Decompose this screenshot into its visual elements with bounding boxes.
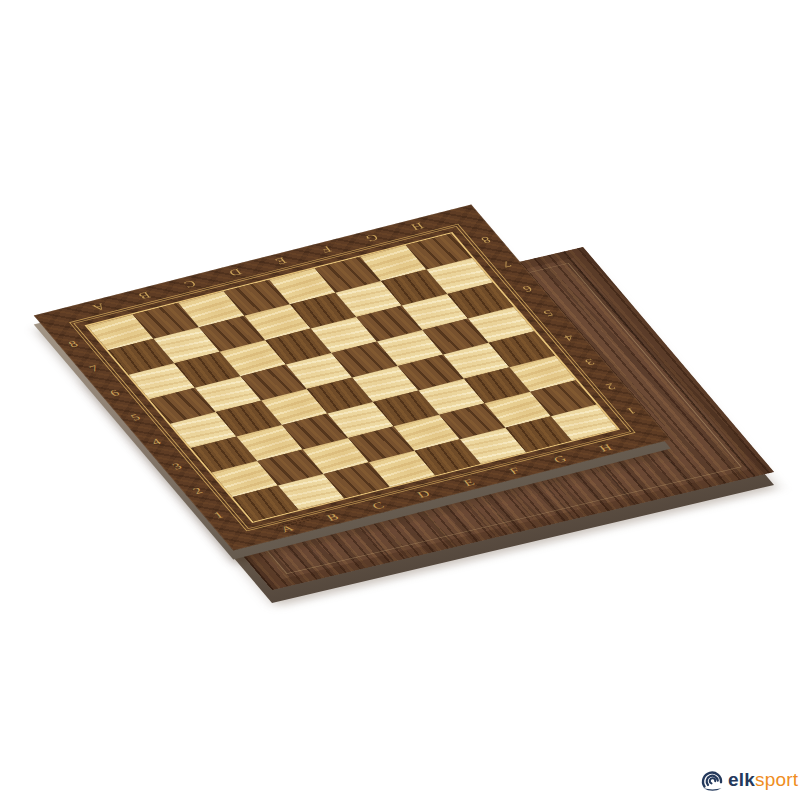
coord-right-7: 7 bbox=[485, 249, 529, 279]
coord-far-d: D bbox=[207, 261, 263, 285]
coord-far-h: H bbox=[389, 214, 445, 238]
product-photo-canvas: AABBCCDDEEFFGGHH8877665544332211 elkspor… bbox=[0, 0, 800, 800]
logo-text-elk: elk bbox=[728, 769, 755, 791]
elksport-logo: elksport bbox=[700, 766, 798, 794]
coord-far-g: G bbox=[344, 226, 400, 250]
coord-right-8: 8 bbox=[464, 224, 508, 254]
logo-text-sport: sport bbox=[755, 769, 798, 791]
coord-far-c: C bbox=[162, 272, 218, 296]
coord-far-e: E bbox=[253, 249, 309, 273]
engraved-maker-stamp bbox=[274, 514, 321, 529]
coord-far-f: F bbox=[298, 237, 354, 261]
coord-far-b: B bbox=[116, 284, 172, 308]
elksport-swirl-icon bbox=[700, 767, 725, 793]
coord-far-a: A bbox=[71, 295, 127, 319]
